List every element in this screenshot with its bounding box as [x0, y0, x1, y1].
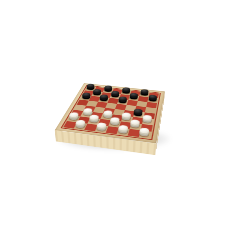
product-photo-stage [0, 0, 230, 230]
checker-piece-white [76, 123, 87, 129]
checker-piece-black [134, 112, 143, 117]
checker-piece-white [97, 125, 108, 131]
checker-piece-white [130, 123, 140, 129]
checker-piece-white [139, 131, 149, 137]
scene [0, 0, 230, 230]
checker-piece-white [122, 116, 132, 122]
checkers-board-tray [55, 83, 165, 143]
